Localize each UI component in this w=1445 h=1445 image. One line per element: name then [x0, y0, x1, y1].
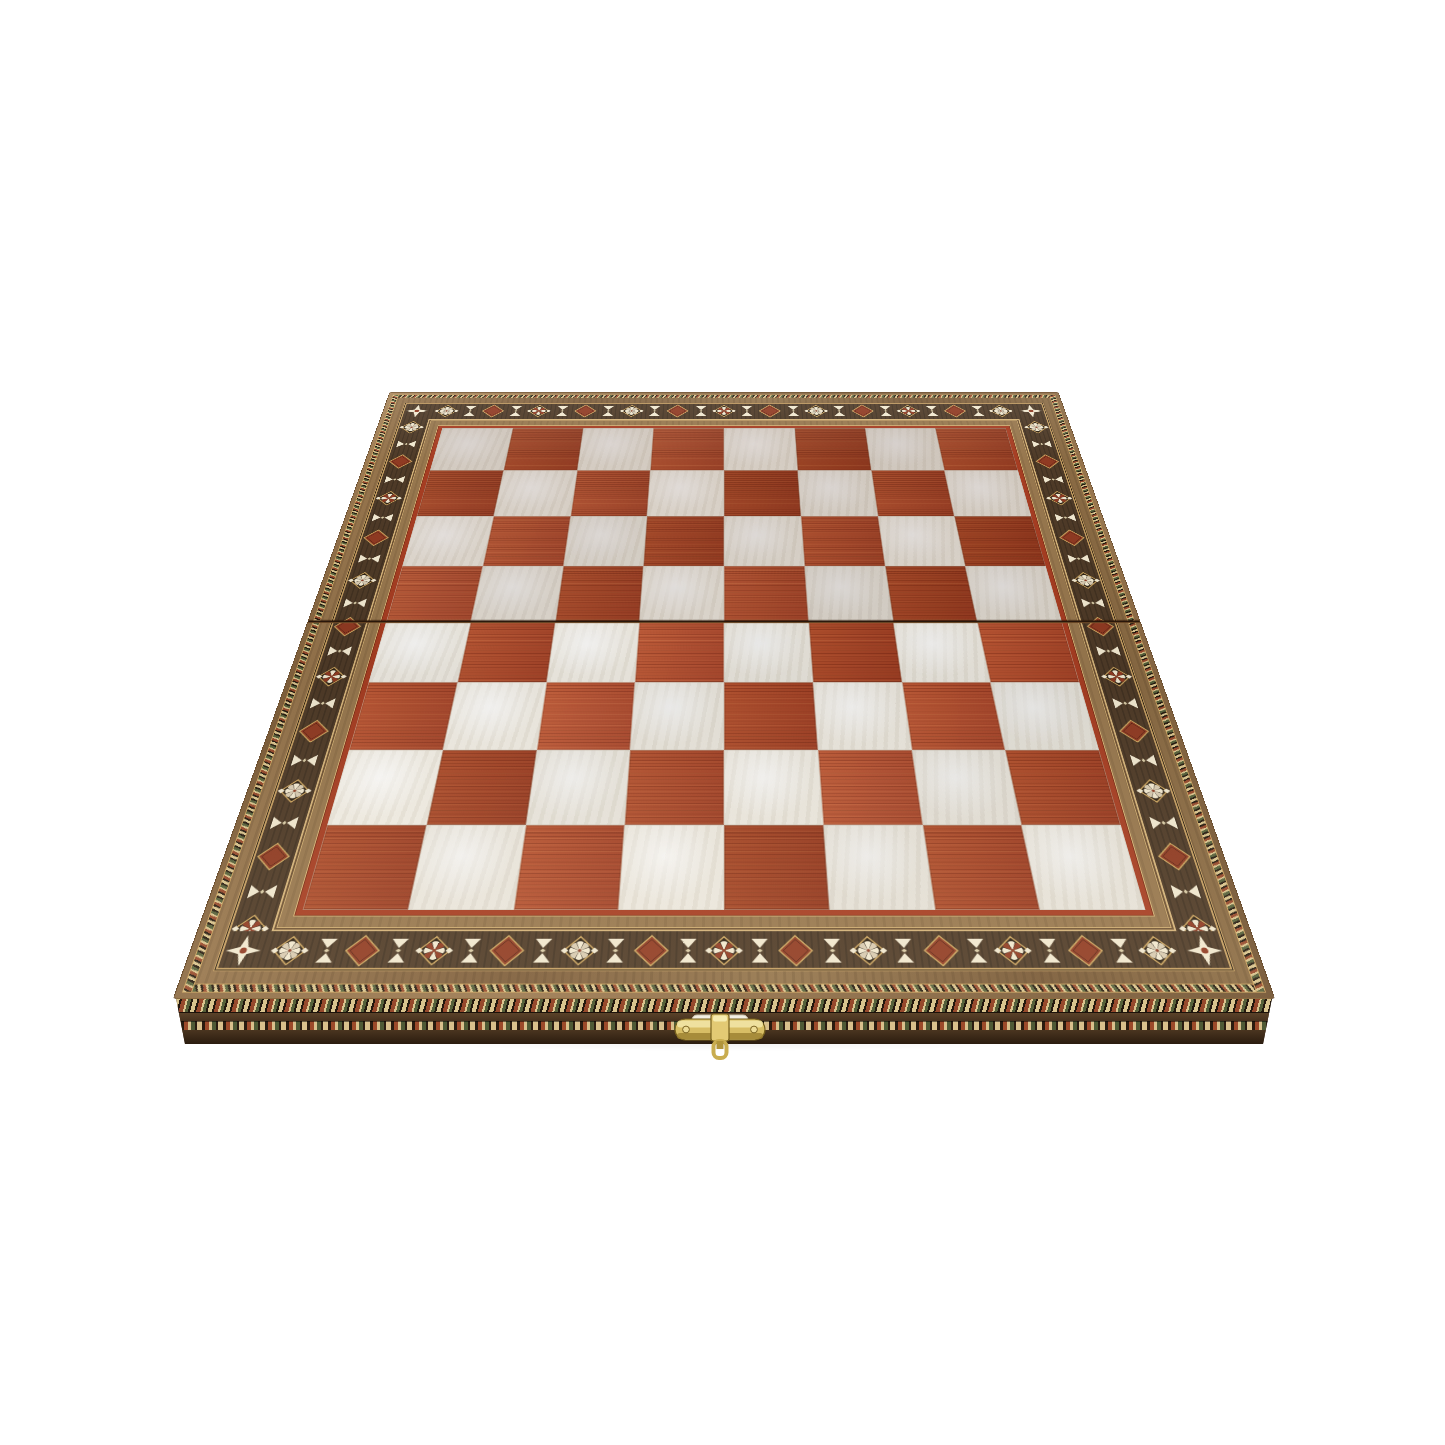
square-f6 — [801, 516, 885, 566]
square-b4 — [457, 621, 555, 682]
ivory-bowtie-inlay — [647, 403, 663, 419]
ivory-bowtie-inlay — [268, 807, 300, 840]
latch-tongue — [717, 1041, 724, 1049]
ivory-bowtie-inlay — [1095, 639, 1122, 664]
square-e2 — [724, 750, 823, 825]
square-h8 — [935, 428, 1018, 470]
ivory-bowtie-inlay — [1148, 807, 1180, 840]
ivory-bowtie-inlay — [819, 931, 845, 970]
square-f7 — [798, 470, 878, 516]
ivory-bowtie-inlay — [693, 403, 708, 419]
ivory-bowtie-inlay — [460, 403, 479, 419]
square-c3 — [536, 682, 635, 750]
square-a5 — [386, 566, 482, 621]
ivory-bowtie-inlay — [891, 931, 919, 970]
red-diamond-inlay — [1030, 453, 1064, 471]
star-rosette-inlay — [985, 403, 1017, 419]
square-f1 — [823, 825, 935, 910]
chess-board — [174, 393, 1274, 998]
square-h4 — [977, 621, 1079, 682]
square-e5 — [724, 566, 808, 621]
ivory-bowtie-inlay — [326, 639, 353, 664]
square-e8 — [724, 428, 798, 470]
ivory-bowtie-inlay — [553, 403, 571, 419]
red-diamond-inlay — [336, 931, 388, 970]
square-c4 — [546, 621, 639, 682]
square-g4 — [893, 621, 991, 682]
mosaic-band-top — [429, 403, 1020, 419]
red-diamond-inlay — [664, 403, 692, 419]
ivory-bowtie-inlay — [371, 508, 394, 528]
square-f3 — [813, 682, 912, 750]
square-b1 — [408, 825, 526, 910]
star-rosette-inlay — [556, 931, 602, 970]
ivory-bowtie-inlay — [357, 548, 381, 569]
star-rosette-inlay — [846, 931, 892, 970]
square-g1 — [922, 825, 1040, 910]
square-d2 — [625, 750, 724, 825]
star-rosette-inlay — [710, 403, 737, 419]
star-rosette-inlay — [227, 910, 277, 931]
star-rosette-inlay — [802, 403, 831, 419]
product-photo-background — [0, 0, 1445, 1445]
ivory-bowtie-inlay — [923, 403, 941, 419]
square-a4 — [369, 621, 471, 682]
square-c2 — [526, 750, 631, 825]
square-d6 — [644, 516, 724, 566]
star-rosette-inlay — [1171, 910, 1221, 931]
red-diamond-inlay — [482, 931, 530, 970]
square-a7 — [417, 470, 504, 516]
ivory-bowtie-inlay — [877, 403, 895, 419]
star-rosette-inlay — [1041, 489, 1077, 508]
latch-screw-right — [751, 1026, 758, 1033]
red-diamond-inlay — [477, 403, 508, 419]
square-f4 — [808, 621, 901, 682]
board-squares — [303, 428, 1146, 910]
square-g6 — [878, 516, 966, 566]
ivory-bowtie-inlay — [962, 931, 992, 970]
ivory-bowtie-inlay — [1042, 470, 1064, 488]
red-diamond-inlay — [774, 931, 819, 970]
square-d5 — [640, 566, 724, 621]
square-b3 — [443, 682, 547, 750]
ivory-bowtie-inlay — [456, 931, 486, 970]
ivory-bowtie-inlay — [289, 746, 319, 776]
red-diamond-inlay — [1053, 528, 1090, 549]
square-c6 — [563, 516, 647, 566]
ivory-bowtie-inlay — [675, 931, 699, 970]
square-d8 — [650, 428, 724, 470]
star-rosette-inlay — [988, 931, 1038, 970]
square-b7 — [494, 470, 577, 516]
square-f5 — [804, 566, 892, 621]
square-h7 — [945, 470, 1032, 516]
square-d1 — [619, 825, 724, 910]
square-e6 — [724, 516, 804, 566]
red-diamond-inlay — [939, 403, 970, 419]
mosaic-corner-motif — [400, 403, 434, 419]
ivory-bowtie-inlay — [1169, 874, 1203, 910]
red-diamond-inlay — [848, 403, 878, 419]
square-c7 — [570, 470, 650, 516]
red-diamond-inlay — [917, 931, 965, 970]
square-a6 — [402, 516, 493, 566]
ivory-bowtie-inlay — [1129, 746, 1159, 776]
square-b6 — [483, 516, 571, 566]
square-g5 — [885, 566, 977, 621]
ivory-bowtie-inlay — [739, 403, 754, 419]
ivory-bowtie-inlay — [245, 874, 279, 910]
square-e1 — [724, 825, 829, 910]
star-rosette-inlay — [409, 931, 459, 970]
rope-stripe-band-bottom — [182, 984, 1266, 993]
red-diamond-inlay — [756, 403, 784, 419]
square-a8 — [430, 428, 513, 470]
square-e4 — [724, 621, 813, 682]
star-rosette-inlay — [431, 403, 463, 419]
ivory-bowtie-inlay — [529, 931, 557, 970]
star-rosette-inlay — [1066, 569, 1105, 591]
square-e7 — [724, 470, 801, 516]
star-rosette-inlay — [263, 931, 317, 970]
ivory-bowtie-inlay — [1080, 592, 1105, 615]
ivory-bowtie-inlay — [785, 403, 801, 419]
ivory-bowtie-inlay — [602, 931, 628, 970]
brass-latch-clasp — [668, 1010, 772, 1068]
square-h5 — [965, 566, 1061, 621]
fold-seam-hinge — [308, 619, 1141, 623]
square-f8 — [794, 428, 871, 470]
ivory-bowtie-inlay — [396, 436, 417, 453]
square-b8 — [503, 428, 583, 470]
ivory-bowtie-inlay — [342, 592, 367, 615]
red-diamond-inlay — [629, 931, 674, 970]
ivory-bowtie-inlay — [1031, 436, 1052, 453]
square-g3 — [902, 682, 1006, 750]
ivory-bowtie-inlay — [1054, 508, 1077, 528]
square-c5 — [555, 566, 643, 621]
square-a3 — [349, 682, 457, 750]
star-rosette-inlay — [524, 403, 554, 419]
square-b5 — [471, 566, 563, 621]
ivory-bowtie-inlay — [831, 403, 848, 419]
square-c8 — [577, 428, 654, 470]
square-b2 — [426, 750, 536, 825]
ivory-bowtie-inlay — [600, 403, 617, 419]
square-d3 — [630, 682, 724, 750]
square-d4 — [635, 621, 724, 682]
star-rosette-inlay — [894, 403, 924, 419]
star-rosette-inlay — [702, 931, 745, 970]
square-c1 — [513, 825, 625, 910]
square-g7 — [871, 470, 954, 516]
star-rosette-inlay — [1131, 931, 1185, 970]
red-diamond-inlay — [1080, 615, 1121, 639]
star-rosette-inlay — [1020, 419, 1053, 436]
ivory-bowtie-inlay — [384, 470, 406, 488]
square-e3 — [724, 682, 818, 750]
ivory-bowtie-inlay — [1111, 690, 1139, 717]
star-rosette-inlay — [1095, 664, 1138, 690]
square-h6 — [954, 516, 1045, 566]
square-g8 — [865, 428, 945, 470]
square-g2 — [912, 750, 1022, 825]
star-rosette-inlay — [617, 403, 646, 419]
red-diamond-inlay — [570, 403, 600, 419]
square-a2 — [327, 750, 443, 825]
latch-screw-left — [683, 1026, 690, 1033]
ivory-bowtie-inlay — [309, 690, 337, 717]
square-f2 — [818, 750, 923, 825]
ivory-bowtie-inlay — [507, 403, 525, 419]
mosaic-band-bottom — [259, 931, 1188, 970]
ivory-bowtie-inlay — [1067, 548, 1091, 569]
square-d7 — [647, 470, 724, 516]
ivory-bowtie-inlay — [968, 403, 987, 419]
ivory-bowtie-inlay — [748, 931, 772, 970]
red-diamond-inlay — [1060, 931, 1112, 970]
mosaic-corner-motif — [1014, 403, 1048, 419]
board-face — [174, 393, 1274, 998]
